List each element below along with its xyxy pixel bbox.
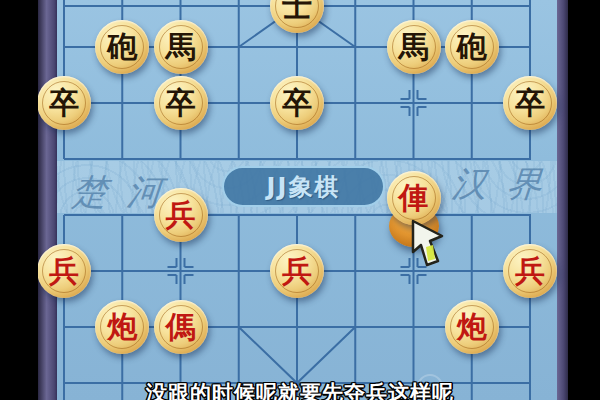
piece-character: 傌 <box>154 300 208 354</box>
piece-red-soldier[interactable]: 兵 <box>270 244 324 298</box>
piece-face: 砲 <box>95 20 149 74</box>
piece-character: 兵 <box>37 244 91 298</box>
piece-character: 卒 <box>503 76 557 130</box>
piece-character: 炮 <box>95 300 149 354</box>
piece-character: 卒 <box>270 76 324 130</box>
piece-face: 馬 <box>154 20 208 74</box>
pieces-layer: 士砲馬馬砲卒卒卒卒兵俥兵兵兵炮傌炮 <box>0 0 600 400</box>
piece-black-horse[interactable]: 馬 <box>154 20 208 74</box>
piece-red-horse[interactable]: 傌 <box>154 300 208 354</box>
piece-character: 馬 <box>387 20 441 74</box>
letterbox-right <box>568 0 600 400</box>
letterbox-left <box>0 0 38 400</box>
piece-red-chariot[interactable]: 俥 <box>387 171 441 225</box>
piece-face: 砲 <box>445 20 499 74</box>
piece-face: 卒 <box>270 76 324 130</box>
piece-character: 砲 <box>445 20 499 74</box>
subtitle-caption: 没跟的时候呢就要先夺兵这样呢 <box>0 379 600 400</box>
piece-character: 俥 <box>387 171 441 225</box>
piece-black-cannon[interactable]: 砲 <box>95 20 149 74</box>
piece-character: 兵 <box>270 244 324 298</box>
piece-red-cannon[interactable]: 炮 <box>445 300 499 354</box>
piece-face: 士 <box>270 0 324 33</box>
piece-face: 卒 <box>37 76 91 130</box>
piece-black-soldier[interactable]: 卒 <box>503 76 557 130</box>
piece-face: 兵 <box>37 244 91 298</box>
piece-character: 兵 <box>154 188 208 242</box>
piece-face: 傌 <box>154 300 208 354</box>
xiangqi-game-screen: 楚河 汉界 JJ象棋 士砲馬馬砲卒卒卒卒兵俥兵兵兵炮傌炮 没跟的时候呢就要先夺兵… <box>0 0 600 400</box>
piece-black-cannon[interactable]: 砲 <box>445 20 499 74</box>
piece-character: 炮 <box>445 300 499 354</box>
piece-face: 馬 <box>387 20 441 74</box>
piece-face: 卒 <box>503 76 557 130</box>
piece-character: 馬 <box>154 20 208 74</box>
piece-black-soldier[interactable]: 卒 <box>37 76 91 130</box>
piece-face: 炮 <box>95 300 149 354</box>
piece-face: 兵 <box>270 244 324 298</box>
piece-face: 炮 <box>445 300 499 354</box>
piece-character: 卒 <box>154 76 208 130</box>
piece-red-soldier[interactable]: 兵 <box>503 244 557 298</box>
piece-face: 俥 <box>387 171 441 225</box>
cursor-icon <box>410 219 450 267</box>
piece-red-cannon[interactable]: 炮 <box>95 300 149 354</box>
piece-character: 砲 <box>95 20 149 74</box>
piece-face: 兵 <box>503 244 557 298</box>
piece-character: 兵 <box>503 244 557 298</box>
piece-face: 卒 <box>154 76 208 130</box>
piece-black-soldier[interactable]: 卒 <box>154 76 208 130</box>
piece-character: 士 <box>270 0 324 33</box>
piece-red-soldier[interactable]: 兵 <box>154 188 208 242</box>
piece-black-advisor[interactable]: 士 <box>270 0 324 33</box>
piece-black-soldier[interactable]: 卒 <box>270 76 324 130</box>
piece-red-soldier[interactable]: 兵 <box>37 244 91 298</box>
piece-black-horse[interactable]: 馬 <box>387 20 441 74</box>
piece-character: 卒 <box>37 76 91 130</box>
piece-face: 兵 <box>154 188 208 242</box>
